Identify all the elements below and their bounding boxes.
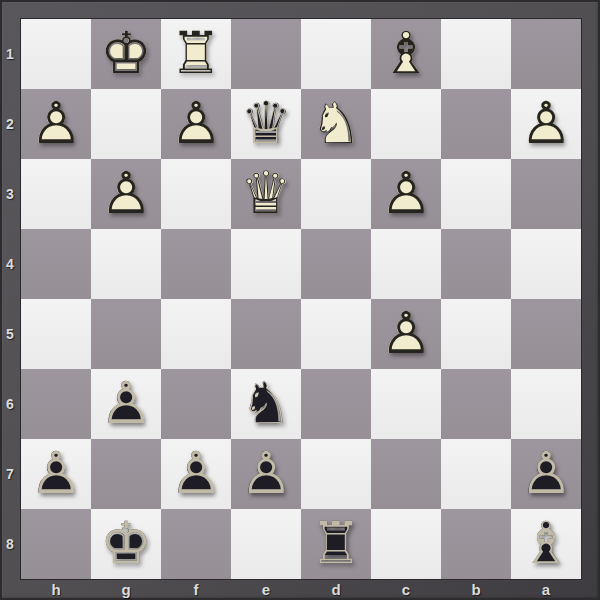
piece-black-bishop[interactable]: ♝♗ bbox=[511, 509, 581, 579]
square-h8[interactable] bbox=[21, 509, 91, 579]
square-d6[interactable] bbox=[301, 369, 371, 439]
square-c8[interactable] bbox=[371, 509, 441, 579]
square-c5[interactable]: ♟♙ bbox=[371, 299, 441, 369]
piece-white-pawn[interactable]: ♟♙ bbox=[21, 89, 91, 159]
rank-label-3: 3 bbox=[0, 159, 20, 229]
square-g5[interactable] bbox=[91, 299, 161, 369]
white-pawn-outline: ♙ bbox=[161, 89, 231, 159]
square-e4[interactable] bbox=[231, 229, 301, 299]
file-label-g: g bbox=[91, 579, 161, 600]
rank-label-8: 8 bbox=[0, 509, 20, 579]
square-a8[interactable]: ♝♗ bbox=[511, 509, 581, 579]
square-b1[interactable] bbox=[441, 19, 511, 89]
white-king-outline: ♔ bbox=[91, 19, 161, 89]
piece-white-rook[interactable]: ♜♖ bbox=[161, 19, 231, 89]
black-king-outline: ♔ bbox=[91, 509, 161, 579]
piece-white-pawn[interactable]: ♟♙ bbox=[371, 159, 441, 229]
rank-label-5: 5 bbox=[0, 299, 20, 369]
square-e2[interactable]: ♛♕ bbox=[231, 89, 301, 159]
square-d8[interactable]: ♜♖ bbox=[301, 509, 371, 579]
square-d4[interactable] bbox=[301, 229, 371, 299]
rank-label-6: 6 bbox=[0, 369, 20, 439]
square-g8[interactable]: ♚♔ bbox=[91, 509, 161, 579]
black-pawn-outline: ♙ bbox=[511, 439, 581, 509]
piece-white-pawn[interactable]: ♟♙ bbox=[371, 299, 441, 369]
square-f8[interactable] bbox=[161, 509, 231, 579]
square-e1[interactable] bbox=[231, 19, 301, 89]
piece-black-pawn[interactable]: ♟♙ bbox=[231, 439, 301, 509]
square-a1[interactable] bbox=[511, 19, 581, 89]
square-h3[interactable] bbox=[21, 159, 91, 229]
square-b8[interactable] bbox=[441, 509, 511, 579]
square-f5[interactable] bbox=[161, 299, 231, 369]
square-c6[interactable] bbox=[371, 369, 441, 439]
square-b6[interactable] bbox=[441, 369, 511, 439]
square-d1[interactable] bbox=[301, 19, 371, 89]
white-bishop-outline: ♗ bbox=[371, 19, 441, 89]
piece-black-knight[interactable]: ♞♘ bbox=[231, 369, 301, 439]
board-border: ♚♔♜♖♝♗♟♙♟♙♛♕♞♘♟♙♟♙♛♕♟♙♟♙♟♙♞♘♟♙♟♙♟♙♟♙♚♔♜♖… bbox=[20, 18, 582, 580]
black-rook-outline: ♖ bbox=[301, 509, 371, 579]
file-label-h: h bbox=[21, 579, 91, 600]
rank-label-1: 1 bbox=[0, 19, 20, 89]
square-h4[interactable] bbox=[21, 229, 91, 299]
rank-label-4: 4 bbox=[0, 229, 20, 299]
piece-black-queen[interactable]: ♛♕ bbox=[231, 89, 301, 159]
black-knight-outline: ♘ bbox=[231, 369, 301, 439]
white-pawn-outline: ♙ bbox=[371, 159, 441, 229]
piece-black-pawn[interactable]: ♟♙ bbox=[91, 369, 161, 439]
square-b2[interactable] bbox=[441, 89, 511, 159]
square-e6[interactable]: ♞♘ bbox=[231, 369, 301, 439]
file-label-c: c bbox=[371, 579, 441, 600]
black-pawn-outline: ♙ bbox=[91, 369, 161, 439]
piece-white-bishop[interactable]: ♝♗ bbox=[371, 19, 441, 89]
piece-white-pawn[interactable]: ♟♙ bbox=[161, 89, 231, 159]
piece-white-king[interactable]: ♚♔ bbox=[91, 19, 161, 89]
piece-white-queen[interactable]: ♛♕ bbox=[231, 159, 301, 229]
file-label-e: e bbox=[231, 579, 301, 600]
square-d5[interactable] bbox=[301, 299, 371, 369]
square-f1[interactable]: ♜♖ bbox=[161, 19, 231, 89]
square-d2[interactable]: ♞♘ bbox=[301, 89, 371, 159]
black-pawn-outline: ♙ bbox=[231, 439, 301, 509]
rank-label-2: 2 bbox=[0, 89, 20, 159]
piece-white-pawn[interactable]: ♟♙ bbox=[511, 89, 581, 159]
square-c2[interactable] bbox=[371, 89, 441, 159]
piece-black-pawn[interactable]: ♟♙ bbox=[21, 439, 91, 509]
white-pawn-outline: ♙ bbox=[91, 159, 161, 229]
square-f6[interactable] bbox=[161, 369, 231, 439]
square-h5[interactable] bbox=[21, 299, 91, 369]
rank-label-7: 7 bbox=[0, 439, 20, 509]
file-label-f: f bbox=[161, 579, 231, 600]
square-f4[interactable] bbox=[161, 229, 231, 299]
square-b4[interactable] bbox=[441, 229, 511, 299]
square-e7[interactable]: ♟♙ bbox=[231, 439, 301, 509]
piece-white-knight[interactable]: ♞♘ bbox=[301, 89, 371, 159]
white-pawn-outline: ♙ bbox=[511, 89, 581, 159]
square-c3[interactable]: ♟♙ bbox=[371, 159, 441, 229]
square-g6[interactable]: ♟♙ bbox=[91, 369, 161, 439]
white-knight-outline: ♘ bbox=[301, 89, 371, 159]
square-h1[interactable] bbox=[21, 19, 91, 89]
black-queen-outline: ♕ bbox=[231, 89, 301, 159]
file-label-a: a bbox=[511, 579, 581, 600]
square-f2[interactable]: ♟♙ bbox=[161, 89, 231, 159]
square-b7[interactable] bbox=[441, 439, 511, 509]
square-a2[interactable]: ♟♙ bbox=[511, 89, 581, 159]
piece-black-pawn[interactable]: ♟♙ bbox=[511, 439, 581, 509]
file-label-d: d bbox=[301, 579, 371, 600]
board-frame: ♚♔♜♖♝♗♟♙♟♙♛♕♞♘♟♙♟♙♛♕♟♙♟♙♟♙♞♘♟♙♟♙♟♙♟♙♚♔♜♖… bbox=[0, 0, 600, 600]
square-a4[interactable] bbox=[511, 229, 581, 299]
square-h7[interactable]: ♟♙ bbox=[21, 439, 91, 509]
square-c1[interactable]: ♝♗ bbox=[371, 19, 441, 89]
square-g2[interactable] bbox=[91, 89, 161, 159]
black-pawn-outline: ♙ bbox=[161, 439, 231, 509]
piece-black-king[interactable]: ♚♔ bbox=[91, 509, 161, 579]
piece-black-pawn[interactable]: ♟♙ bbox=[161, 439, 231, 509]
square-g3[interactable]: ♟♙ bbox=[91, 159, 161, 229]
square-a3[interactable] bbox=[511, 159, 581, 229]
white-queen-outline: ♕ bbox=[231, 159, 301, 229]
square-c4[interactable] bbox=[371, 229, 441, 299]
square-d7[interactable] bbox=[301, 439, 371, 509]
square-b3[interactable] bbox=[441, 159, 511, 229]
square-e5[interactable] bbox=[231, 299, 301, 369]
white-pawn-outline: ♙ bbox=[371, 299, 441, 369]
chess-board: ♚♔♜♖♝♗♟♙♟♙♛♕♞♘♟♙♟♙♛♕♟♙♟♙♟♙♞♘♟♙♟♙♟♙♟♙♚♔♜♖… bbox=[21, 19, 581, 579]
square-a5[interactable] bbox=[511, 299, 581, 369]
square-e8[interactable] bbox=[231, 509, 301, 579]
square-f3[interactable] bbox=[161, 159, 231, 229]
square-b5[interactable] bbox=[441, 299, 511, 369]
piece-black-rook[interactable]: ♜♖ bbox=[301, 509, 371, 579]
square-g7[interactable] bbox=[91, 439, 161, 509]
white-pawn-outline: ♙ bbox=[21, 89, 91, 159]
white-rook-outline: ♖ bbox=[161, 19, 231, 89]
square-g4[interactable] bbox=[91, 229, 161, 299]
square-c7[interactable] bbox=[371, 439, 441, 509]
black-pawn-outline: ♙ bbox=[21, 439, 91, 509]
square-a7[interactable]: ♟♙ bbox=[511, 439, 581, 509]
square-h6[interactable] bbox=[21, 369, 91, 439]
file-label-b: b bbox=[441, 579, 511, 600]
black-bishop-outline: ♗ bbox=[511, 509, 581, 579]
square-e3[interactable]: ♛♕ bbox=[231, 159, 301, 229]
square-d3[interactable] bbox=[301, 159, 371, 229]
piece-white-pawn[interactable]: ♟♙ bbox=[91, 159, 161, 229]
square-f7[interactable]: ♟♙ bbox=[161, 439, 231, 509]
square-h2[interactable]: ♟♙ bbox=[21, 89, 91, 159]
square-a6[interactable] bbox=[511, 369, 581, 439]
square-g1[interactable]: ♚♔ bbox=[91, 19, 161, 89]
